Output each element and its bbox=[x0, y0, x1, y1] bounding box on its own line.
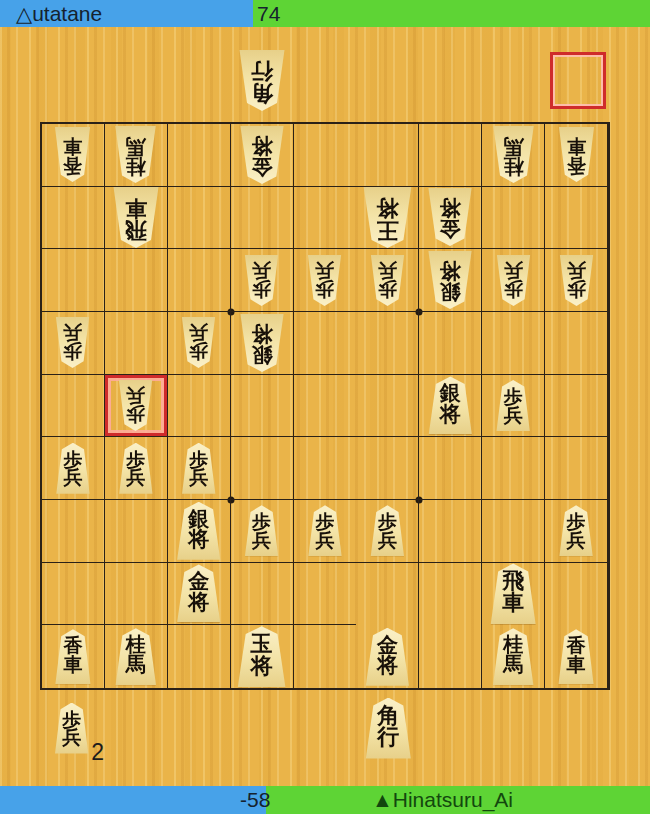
board-cell-r1c4[interactable]: 金将 bbox=[231, 124, 294, 187]
shogi-piece-gote-桂馬[interactable]: 桂馬 bbox=[113, 126, 158, 183]
board-cell-r7c3[interactable]: 銀将 bbox=[168, 500, 231, 563]
board-cell-r2c7[interactable]: 金将 bbox=[419, 187, 482, 250]
board-cell-r3c8[interactable]: 歩兵 bbox=[482, 249, 545, 312]
shogi-piece-gote-金将[interactable]: 金将 bbox=[426, 188, 474, 246]
eval-bar-bottom: -58 ▲Hinatsuru_Ai bbox=[0, 786, 650, 814]
piece-kanji: 兵 bbox=[252, 531, 271, 550]
piece-kanji: 車 bbox=[567, 655, 586, 674]
board-cell-r3c6[interactable]: 歩兵 bbox=[356, 249, 419, 312]
board-cell-r1c7[interactable] bbox=[419, 124, 482, 187]
board-cell-r7c2[interactable] bbox=[105, 500, 168, 563]
board-cell-r6c5[interactable] bbox=[294, 437, 357, 500]
piece-kanji: 銀 bbox=[440, 282, 461, 303]
piece-kanji: 飛 bbox=[125, 219, 147, 241]
shogi-piece-gote-銀将[interactable]: 銀将 bbox=[238, 314, 286, 372]
piece-kanji: 兵 bbox=[63, 324, 82, 343]
piece-kanji: 歩 bbox=[378, 280, 397, 299]
piece-kanji: 将 bbox=[188, 529, 209, 550]
board-cell-r4c8[interactable] bbox=[482, 312, 545, 375]
board-cell-r5c3[interactable] bbox=[168, 375, 231, 438]
shogi-piece-sente-香車[interactable]: 香車 bbox=[557, 629, 596, 684]
board-cell-r4c7[interactable] bbox=[419, 312, 482, 375]
shogi-piece-sente-角行[interactable]: 角行 bbox=[363, 698, 413, 759]
piece-kanji: 兵 bbox=[378, 261, 397, 280]
shogi-piece-gote-歩兵[interactable]: 歩兵 bbox=[54, 317, 91, 368]
board-cell-r7c8[interactable] bbox=[482, 500, 545, 563]
piece-kanji: 兵 bbox=[315, 531, 334, 550]
shogi-piece-sente-歩兵[interactable]: 歩兵 bbox=[53, 703, 90, 754]
piece-kanji: 香 bbox=[63, 157, 82, 176]
board-cell-r8c4[interactable] bbox=[231, 563, 294, 626]
piece-kanji: 将 bbox=[377, 655, 398, 676]
piece-kanji: 将 bbox=[251, 136, 272, 157]
eval-bar-top: △utatane 74 bbox=[0, 0, 650, 27]
board-cell-r9c3[interactable] bbox=[168, 625, 231, 688]
shogi-piece-gote-香車[interactable]: 香車 bbox=[53, 127, 92, 182]
board-cell-r5c8[interactable]: 歩兵 bbox=[482, 375, 545, 438]
piece-kanji: 馬 bbox=[126, 655, 146, 675]
shogi-piece-gote-歩兵[interactable]: 歩兵 bbox=[180, 317, 217, 368]
board-cell-r9c6[interactable]: 金将 bbox=[356, 625, 419, 688]
shogi-piece-sente-歩兵[interactable]: 歩兵 bbox=[54, 443, 91, 494]
piece-kanji: 行 bbox=[377, 726, 399, 748]
board-cell-r9c2[interactable]: 桂馬 bbox=[105, 625, 168, 688]
piece-kanji: 兵 bbox=[504, 261, 523, 280]
eval-score-bottom: -58 bbox=[240, 786, 270, 814]
piece-kanji: 歩 bbox=[252, 280, 271, 299]
shogi-piece-sente-歩兵[interactable]: 歩兵 bbox=[180, 443, 217, 494]
shogi-piece-sente-金将[interactable]: 金将 bbox=[175, 564, 223, 622]
shogi-piece-gote-桂馬[interactable]: 桂馬 bbox=[491, 126, 536, 183]
board-cell-r8c6[interactable] bbox=[356, 563, 419, 626]
shogi-piece-sente-香車[interactable]: 香車 bbox=[53, 629, 92, 684]
shogi-piece-gote-香車[interactable]: 香車 bbox=[557, 127, 596, 182]
piece-kanji: 将 bbox=[251, 655, 273, 677]
board-cell-r1c3[interactable] bbox=[168, 124, 231, 187]
piece-kanji: 馬 bbox=[126, 137, 146, 157]
eval-score-top: 74 bbox=[257, 0, 280, 27]
piece-kanji: 兵 bbox=[378, 531, 397, 550]
shogi-piece-gote-歩兵[interactable]: 歩兵 bbox=[558, 255, 595, 306]
board-cell-r8c9[interactable] bbox=[545, 563, 608, 626]
piece-kanji: 兵 bbox=[567, 261, 586, 280]
board-cell-r9c1[interactable]: 香車 bbox=[42, 625, 105, 688]
piece-kanji: 車 bbox=[63, 655, 82, 674]
board-cell-r8c8[interactable]: 飛車 bbox=[482, 563, 545, 626]
piece-kanji: 車 bbox=[502, 592, 524, 614]
piece-kanji: 馬 bbox=[503, 137, 523, 157]
piece-kanji: 兵 bbox=[567, 531, 586, 550]
board-cell-r6c7[interactable] bbox=[419, 437, 482, 500]
sente-hand-area: 歩兵2角行 bbox=[40, 694, 610, 762]
board-cell-r9c5[interactable] bbox=[294, 625, 357, 688]
shogi-piece-sente-飛車[interactable]: 飛車 bbox=[488, 563, 538, 624]
board-cell-r3c1[interactable] bbox=[42, 249, 105, 312]
board-cell-r6c2[interactable]: 歩兵 bbox=[105, 437, 168, 500]
board-cell-r6c6[interactable] bbox=[356, 437, 419, 500]
board-cell-r5c5[interactable] bbox=[294, 375, 357, 438]
board-cell-r2c3[interactable] bbox=[168, 187, 231, 250]
board-cell-r6c4[interactable] bbox=[231, 437, 294, 500]
board-cell-r4c4[interactable]: 銀将 bbox=[231, 312, 294, 375]
player-name-sente: ▲Hinatsuru_Ai bbox=[372, 786, 513, 814]
sente-hand-piece-角行[interactable]: 角行 bbox=[363, 698, 413, 759]
board-cell-r6c3[interactable]: 歩兵 bbox=[168, 437, 231, 500]
board-cell-r6c8[interactable] bbox=[482, 437, 545, 500]
shogi-piece-sente-歩兵[interactable]: 歩兵 bbox=[117, 443, 154, 494]
piece-kanji: 金 bbox=[440, 219, 461, 240]
board-cell-r5c1[interactable] bbox=[42, 375, 105, 438]
shogi-piece-sente-歩兵[interactable]: 歩兵 bbox=[243, 505, 280, 556]
board-cell-r8c1[interactable] bbox=[42, 563, 105, 626]
board-cell-r9c4[interactable]: 玉将 bbox=[231, 625, 294, 688]
board-cell-r1c9[interactable]: 香車 bbox=[545, 124, 608, 187]
shogi-piece-gote-歩兵[interactable]: 歩兵 bbox=[117, 380, 154, 431]
piece-kanji: 車 bbox=[567, 138, 586, 157]
shogi-piece-sente-歩兵[interactable]: 歩兵 bbox=[495, 380, 532, 431]
shogi-piece-sente-歩兵[interactable]: 歩兵 bbox=[369, 505, 406, 556]
board-cell-r7c6[interactable]: 歩兵 bbox=[356, 500, 419, 563]
board-cell-r4c5[interactable] bbox=[294, 312, 357, 375]
piece-kanji: 将 bbox=[188, 592, 209, 613]
piece-kanji: 将 bbox=[440, 404, 461, 425]
board-cell-r2c6[interactable]: 王将 bbox=[356, 187, 419, 250]
shogi-piece-sente-金将[interactable]: 金将 bbox=[363, 628, 411, 686]
piece-kanji: 馬 bbox=[503, 655, 523, 675]
board-cell-r6c9[interactable] bbox=[545, 437, 608, 500]
board-cell-r7c4[interactable]: 歩兵 bbox=[231, 500, 294, 563]
shogi-piece-gote-銀将[interactable]: 銀将 bbox=[426, 251, 474, 309]
player-name-gote: △utatane bbox=[16, 0, 102, 27]
board-cell-r1c2[interactable]: 桂馬 bbox=[105, 124, 168, 187]
piece-kanji: 兵 bbox=[504, 406, 523, 425]
board-cell-r4c2[interactable] bbox=[105, 312, 168, 375]
board-cell-r2c2[interactable]: 飛車 bbox=[105, 187, 168, 250]
shogi-piece-sente-銀将[interactable]: 銀将 bbox=[175, 502, 223, 560]
shogi-piece-gote-歩兵[interactable]: 歩兵 bbox=[306, 255, 343, 306]
board-cell-r7c1[interactable] bbox=[42, 500, 105, 563]
board-cell-r3c2[interactable] bbox=[105, 249, 168, 312]
board-cell-r2c5[interactable] bbox=[294, 187, 357, 250]
piece-kanji: 王 bbox=[376, 219, 398, 241]
board-cell-r9c9[interactable]: 香車 bbox=[545, 625, 608, 688]
shogi-piece-sente-銀将[interactable]: 銀将 bbox=[426, 376, 474, 434]
gote-hand-piece-角行[interactable]: 角行 bbox=[237, 50, 287, 111]
board-cell-r4c1[interactable]: 歩兵 bbox=[42, 312, 105, 375]
piece-kanji: 兵 bbox=[62, 728, 81, 747]
piece-kanji: 歩 bbox=[63, 343, 82, 362]
piece-kanji: 香 bbox=[567, 636, 586, 655]
board-cell-r1c6[interactable] bbox=[356, 124, 419, 187]
piece-kanji: 歩 bbox=[504, 280, 523, 299]
board-cell-r8c2[interactable] bbox=[105, 563, 168, 626]
board-cell-r1c1[interactable]: 香車 bbox=[42, 124, 105, 187]
piece-kanji: 桂 bbox=[503, 157, 523, 177]
piece-kanji: 兵 bbox=[189, 324, 208, 343]
board-cell-r7c5[interactable]: 歩兵 bbox=[294, 500, 357, 563]
piece-kanji: 兵 bbox=[63, 468, 82, 487]
board-cell-r4c6[interactable] bbox=[356, 312, 419, 375]
shogi-piece-sente-歩兵[interactable]: 歩兵 bbox=[558, 505, 595, 556]
last-drop-origin-highlight bbox=[550, 52, 606, 109]
board-cell-r9c7[interactable] bbox=[419, 625, 482, 688]
board-cell-r2c9[interactable] bbox=[545, 187, 608, 250]
piece-kanji: 行 bbox=[251, 60, 273, 82]
piece-kanji: 桂 bbox=[126, 157, 146, 177]
board-cell-r3c5[interactable]: 歩兵 bbox=[294, 249, 357, 312]
piece-kanji: 兵 bbox=[315, 261, 334, 280]
board-cell-r7c7[interactable] bbox=[419, 500, 482, 563]
board-cell-r8c3[interactable]: 金将 bbox=[168, 563, 231, 626]
piece-kanji: 角 bbox=[251, 82, 273, 104]
board-cell-r6c1[interactable]: 歩兵 bbox=[42, 437, 105, 500]
piece-kanji: 歩 bbox=[189, 343, 208, 362]
board-cell-r2c4[interactable] bbox=[231, 187, 294, 250]
shogi-piece-gote-飛車[interactable]: 飛車 bbox=[111, 187, 161, 248]
board-cell-r1c5[interactable] bbox=[294, 124, 357, 187]
piece-kanji: 香 bbox=[567, 157, 586, 176]
piece-kanji: 将 bbox=[251, 324, 272, 345]
piece-kanji: 将 bbox=[440, 198, 461, 219]
piece-kanji: 兵 bbox=[252, 261, 271, 280]
board-cell-r2c1[interactable] bbox=[42, 187, 105, 250]
board-cell-r5c4[interactable] bbox=[231, 375, 294, 438]
piece-kanji: 歩 bbox=[567, 280, 586, 299]
board-cell-r8c7[interactable] bbox=[419, 563, 482, 626]
board-cell-r5c7[interactable]: 銀将 bbox=[419, 375, 482, 438]
piece-kanji: 兵 bbox=[126, 387, 145, 406]
board-cell-r5c6[interactable] bbox=[356, 375, 419, 438]
piece-kanji: 金 bbox=[251, 156, 272, 177]
shogi-piece-gote-歩兵[interactable]: 歩兵 bbox=[243, 255, 280, 306]
piece-kanji: 歩 bbox=[126, 405, 145, 424]
piece-kanji: 銀 bbox=[251, 344, 272, 365]
shogi-piece-sente-桂馬[interactable]: 桂馬 bbox=[491, 628, 536, 685]
shogi-piece-sente-歩兵[interactable]: 歩兵 bbox=[306, 505, 343, 556]
board-cell-r3c7[interactable]: 銀将 bbox=[419, 249, 482, 312]
piece-kanji: 将 bbox=[440, 261, 461, 282]
board-cell-r3c9[interactable]: 歩兵 bbox=[545, 249, 608, 312]
board-cell-r7c9[interactable]: 歩兵 bbox=[545, 500, 608, 563]
shogi-piece-sente-桂馬[interactable]: 桂馬 bbox=[113, 628, 158, 685]
shogi-piece-gote-歩兵[interactable]: 歩兵 bbox=[369, 255, 406, 306]
piece-kanji: 将 bbox=[376, 198, 398, 220]
shogi-piece-gote-王将[interactable]: 王将 bbox=[361, 187, 414, 248]
piece-kanji: 香 bbox=[63, 636, 82, 655]
board-cell-r3c4[interactable]: 歩兵 bbox=[231, 249, 294, 312]
board-cell-r5c9[interactable] bbox=[545, 375, 608, 438]
board-cell-r4c9[interactable] bbox=[545, 312, 608, 375]
board-cell-r2c8[interactable] bbox=[482, 187, 545, 250]
board-cell-r3c3[interactable] bbox=[168, 249, 231, 312]
shogi-piece-gote-歩兵[interactable]: 歩兵 bbox=[495, 255, 532, 306]
shogi-piece-gote-金将[interactable]: 金将 bbox=[238, 126, 286, 184]
board-cell-r9c8[interactable]: 桂馬 bbox=[482, 625, 545, 688]
board-cell-r4c3[interactable]: 歩兵 bbox=[168, 312, 231, 375]
board-cell-r1c8[interactable]: 桂馬 bbox=[482, 124, 545, 187]
shogi-piece-sente-玉将[interactable]: 玉将 bbox=[235, 626, 288, 687]
piece-kanji: 兵 bbox=[189, 468, 208, 487]
eval-bar-bottom-blue bbox=[0, 786, 266, 814]
piece-kanji: 歩 bbox=[315, 280, 334, 299]
last-move-highlight-cell[interactable]: 歩兵 bbox=[105, 375, 168, 438]
piece-kanji: 兵 bbox=[126, 468, 145, 487]
piece-kanji: 歩 bbox=[504, 387, 523, 406]
gote-hand-area: 角行 bbox=[40, 48, 610, 112]
shogi-board: 香車桂馬金将桂馬香車飛車王将金将歩兵歩兵歩兵銀将歩兵歩兵歩兵歩兵銀将歩兵銀将歩兵… bbox=[40, 122, 610, 690]
piece-kanji: 車 bbox=[63, 138, 82, 157]
sente-hand-piece-歩兵[interactable]: 歩兵2 bbox=[53, 703, 90, 754]
shogi-piece-gote-角行[interactable]: 角行 bbox=[237, 50, 287, 111]
hand-piece-count: 2 bbox=[91, 739, 104, 766]
piece-kanji: 車 bbox=[125, 198, 147, 220]
board-cell-r8c5[interactable] bbox=[294, 563, 357, 626]
